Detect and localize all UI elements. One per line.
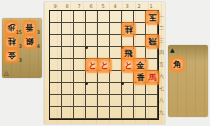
- hand-entry: 歩15: [5, 21, 23, 35]
- board-cell[interactable]: [62, 35, 74, 47]
- board-cell[interactable]: [98, 95, 110, 107]
- board-cell[interactable]: [86, 71, 98, 83]
- hand-piece-香[interactable]: 香: [24, 22, 35, 33]
- file-label: 2: [133, 3, 145, 10]
- star-point: [85, 82, 88, 85]
- piece-桂-32[interactable]: 桂: [123, 24, 134, 35]
- board-cell[interactable]: [74, 107, 86, 119]
- board-cell[interactable]: [146, 83, 158, 95]
- board-cell[interactable]: [110, 23, 122, 35]
- board-cell[interactable]: [122, 83, 134, 95]
- star-point: [121, 82, 124, 85]
- piece-と-65[interactable]: と: [87, 60, 98, 71]
- board-cell[interactable]: [134, 107, 146, 119]
- board-cell[interactable]: [122, 71, 134, 83]
- board-cell[interactable]: [110, 47, 122, 59]
- gote-hand-panel: 歩15香3桂3銀4金3 △: [2, 18, 42, 78]
- board-cell[interactable]: [86, 47, 98, 59]
- rank-label: 九: [158, 106, 165, 118]
- board-cell[interactable]: [110, 95, 122, 107]
- board-cell[interactable]: [86, 107, 98, 119]
- hand-piece-銀[interactable]: 銀: [24, 36, 35, 47]
- board-cell[interactable]: [50, 35, 62, 47]
- board-cell[interactable]: [50, 59, 62, 71]
- board-cell[interactable]: [86, 35, 98, 47]
- board-cell[interactable]: [86, 11, 98, 23]
- board-cell[interactable]: [50, 23, 62, 35]
- board-cell[interactable]: [74, 35, 86, 47]
- board-cell[interactable]: [62, 107, 74, 119]
- file-label: 8: [61, 3, 73, 10]
- board-cell[interactable]: [134, 11, 146, 23]
- board-cell[interactable]: [62, 71, 74, 83]
- board-cell[interactable]: [110, 107, 122, 119]
- file-label: 4: [109, 3, 121, 10]
- sente-hand-pieces: 角: [171, 58, 207, 72]
- board-cell[interactable]: [134, 23, 146, 35]
- board-cell[interactable]: [110, 83, 122, 95]
- board-cell[interactable]: [74, 47, 86, 59]
- board-cell[interactable]: [146, 107, 158, 119]
- star-point: [85, 46, 88, 49]
- rank-label: 六: [158, 70, 165, 82]
- sente-hand-panel: ▲ 角: [168, 45, 208, 117]
- board-cell[interactable]: [98, 71, 110, 83]
- board-cell[interactable]: [122, 95, 134, 107]
- hand-piece-角[interactable]: 角: [172, 59, 183, 70]
- piece-飛-34[interactable]: 飛: [123, 48, 134, 59]
- file-labels: 987654321: [49, 3, 157, 10]
- gote-hand-pieces: 歩15香3桂3銀4金3: [5, 21, 41, 63]
- board-cell[interactable]: [98, 47, 110, 59]
- board-cell[interactable]: [98, 107, 110, 119]
- piece-飛-13[interactable]: 飛: [147, 36, 158, 47]
- sente-mark-icon: ▲: [170, 47, 175, 53]
- hand-entry: 銀4: [23, 35, 41, 49]
- piece-玉-11[interactable]: 玉: [147, 12, 158, 23]
- hand-entry: 角: [171, 58, 189, 72]
- rank-label: 七: [158, 82, 165, 94]
- rank-label: 五: [158, 58, 165, 70]
- board-cell[interactable]: [62, 23, 74, 35]
- hand-piece-金[interactable]: 金: [6, 50, 17, 61]
- rank-label: 二: [158, 22, 165, 34]
- board-cell[interactable]: [62, 83, 74, 95]
- board-cell[interactable]: [146, 23, 158, 35]
- board-cell[interactable]: [50, 47, 62, 59]
- piece-と-55[interactable]: と: [99, 60, 110, 71]
- gote-mark-icon: △: [4, 70, 9, 76]
- file-label: 9: [49, 3, 61, 10]
- board-cell[interactable]: [110, 59, 122, 71]
- shogi-app: 歩15香3桂3銀4金3 △ 987654321 一二三四五六七八九 玉桂飛飛とと…: [0, 0, 210, 126]
- file-label: 6: [85, 3, 97, 10]
- piece-馬-16[interactable]: 馬: [147, 72, 158, 83]
- shogi-board: 987654321 一二三四五六七八九 玉桂飛飛ととと金香馬: [44, 2, 165, 124]
- file-label: 1: [145, 3, 157, 10]
- board-cell[interactable]: [74, 71, 86, 83]
- hand-entry: 香3: [23, 21, 41, 35]
- board-cell[interactable]: [134, 35, 146, 47]
- board-cell[interactable]: [146, 95, 158, 107]
- board-grid[interactable]: 玉桂飛飛ととと金香馬: [49, 10, 159, 120]
- piece-と-35[interactable]: と: [123, 60, 134, 71]
- board-cell[interactable]: [86, 95, 98, 107]
- board-cell[interactable]: [110, 71, 122, 83]
- board-cell[interactable]: [62, 47, 74, 59]
- board-cell[interactable]: [86, 23, 98, 35]
- hand-count: 3: [19, 58, 22, 63]
- board-cell[interactable]: [110, 35, 122, 47]
- board-cell[interactable]: [86, 83, 98, 95]
- board-cell[interactable]: [134, 47, 146, 59]
- board-cell[interactable]: [146, 59, 158, 71]
- hand-count: 4: [37, 44, 40, 49]
- board-cell[interactable]: [62, 59, 74, 71]
- board-cell[interactable]: [74, 95, 86, 107]
- rank-label: 一: [158, 10, 165, 22]
- board-cell[interactable]: [122, 35, 134, 47]
- board-cell[interactable]: [98, 83, 110, 95]
- hand-entry: 桂3: [5, 35, 23, 49]
- hand-piece-桂[interactable]: 桂: [6, 36, 17, 47]
- board-cell[interactable]: [50, 11, 62, 23]
- file-label: 7: [73, 3, 85, 10]
- board-cell[interactable]: [98, 11, 110, 23]
- board-cell[interactable]: [122, 107, 134, 119]
- board-cell[interactable]: [134, 95, 146, 107]
- board-cell[interactable]: [110, 11, 122, 23]
- board-cell[interactable]: [122, 11, 134, 23]
- board-cell[interactable]: [50, 83, 62, 95]
- rank-label: 三: [158, 34, 165, 46]
- piece-金-25[interactable]: 金: [135, 60, 146, 71]
- piece-香-26[interactable]: 香: [135, 72, 146, 83]
- board-cell[interactable]: [134, 83, 146, 95]
- file-label: 5: [97, 3, 109, 10]
- board-cell[interactable]: [74, 83, 86, 95]
- board-cell[interactable]: [62, 95, 74, 107]
- board-cell[interactable]: [98, 35, 110, 47]
- rank-label: 八: [158, 94, 165, 106]
- board-cell[interactable]: [74, 59, 86, 71]
- board-cell[interactable]: [50, 71, 62, 83]
- hand-entry: 金3: [5, 49, 23, 63]
- file-label: 3: [121, 3, 133, 10]
- board-cell[interactable]: [74, 23, 86, 35]
- board-cell[interactable]: [62, 11, 74, 23]
- board-cell[interactable]: [50, 95, 62, 107]
- rank-label: 四: [158, 46, 165, 58]
- rank-labels: 一二三四五六七八九: [158, 10, 165, 118]
- board-cell[interactable]: [98, 23, 110, 35]
- board-cell[interactable]: [74, 11, 86, 23]
- board-cell[interactable]: [146, 47, 158, 59]
- board-cell[interactable]: [50, 107, 62, 119]
